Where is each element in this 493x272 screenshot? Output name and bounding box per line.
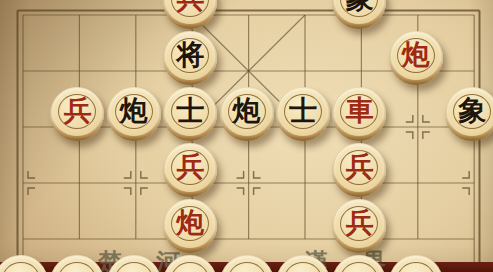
piece-character: 将 (176, 41, 204, 69)
piece-character: 兵 (176, 153, 204, 181)
red-soldier[interactable]: 兵 (50, 87, 104, 141)
piece-character: 士 (289, 97, 317, 125)
red-soldier[interactable]: 兵 (163, 143, 217, 197)
red-soldier[interactable]: 兵 (332, 143, 386, 197)
piece-character: 車 (345, 97, 373, 125)
piece-character: 士 (176, 97, 204, 125)
red-cannon[interactable]: 炮 (163, 199, 217, 253)
red-soldier[interactable]: 兵 (332, 199, 386, 253)
red-chariot[interactable]: 車 (332, 87, 386, 141)
black-advisor[interactable]: 士 (163, 87, 217, 141)
black-advisor[interactable]: 士 (276, 87, 330, 141)
black-general[interactable]: 将 (163, 31, 217, 85)
piece-character: 象 (345, 0, 373, 13)
piece-character: 兵 (63, 97, 91, 125)
piece-character: 炮 (233, 97, 261, 125)
piece-character: 炮 (120, 97, 148, 125)
black-elephant[interactable]: 象 (445, 87, 493, 141)
piece-character: 兵 (345, 153, 373, 181)
red-cannon[interactable]: 炮 (389, 31, 443, 85)
xiangqi-board[interactable]: 楚 河 漢 界 兵象将炮兵炮士炮士車象兵兵炮兵 (0, 0, 493, 272)
piece-character: 炮 (402, 41, 430, 69)
piece-character: 兵 (345, 209, 373, 237)
black-cannon[interactable]: 炮 (220, 87, 274, 141)
piece-character: 象 (458, 97, 486, 125)
black-cannon[interactable]: 炮 (107, 87, 161, 141)
piece-character: 炮 (176, 209, 204, 237)
piece-character: 兵 (176, 0, 204, 13)
